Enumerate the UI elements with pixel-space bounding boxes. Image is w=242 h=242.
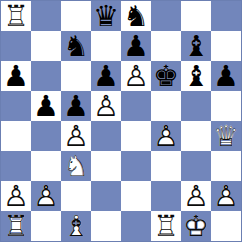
square-h6[interactable]: ♟	[211, 61, 241, 91]
square-h4[interactable]: ♛♕	[211, 121, 241, 151]
square-g5[interactable]	[181, 91, 211, 121]
square-h8[interactable]	[211, 1, 241, 31]
black-pawn-glyph: ♟	[31, 91, 61, 121]
square-e4[interactable]	[121, 121, 151, 151]
square-d7[interactable]	[91, 31, 121, 61]
white-pawn-outline: ♙	[91, 91, 121, 121]
white-pawn[interactable]: ♟♙	[61, 121, 91, 151]
black-pawn[interactable]: ♟	[1, 61, 31, 91]
square-g4[interactable]	[181, 121, 211, 151]
square-c5[interactable]: ♟	[61, 91, 91, 121]
black-queen-glyph: ♛	[91, 1, 121, 31]
square-b7[interactable]	[31, 31, 61, 61]
white-pawn[interactable]: ♟♙	[91, 91, 121, 121]
black-knight-glyph: ♞	[121, 1, 151, 31]
square-h1[interactable]	[211, 211, 241, 241]
square-g8[interactable]	[181, 1, 211, 31]
chess-board: ♜♖♛♞♞♟♝♟♟♟♙♚♝♟♟♟♟♙♟♙♟♙♛♕♞♘♟♙♟♙♟♙♟♙♜♖♝♗♜♖…	[0, 0, 242, 242]
square-e1[interactable]	[121, 211, 151, 241]
square-b6[interactable]	[31, 61, 61, 91]
black-knight-glyph: ♞	[61, 31, 91, 61]
white-pawn-outline: ♙	[181, 181, 211, 211]
black-pawn-glyph: ♟	[211, 61, 241, 91]
square-b1[interactable]	[31, 211, 61, 241]
square-a6[interactable]: ♟	[1, 61, 31, 91]
square-e8[interactable]: ♞	[121, 1, 151, 31]
black-queen[interactable]: ♛	[91, 1, 121, 31]
white-pawn-outline: ♙	[31, 181, 61, 211]
square-c4[interactable]: ♟♙	[61, 121, 91, 151]
square-f2[interactable]	[151, 181, 181, 211]
black-pawn[interactable]: ♟	[31, 91, 61, 121]
white-pawn-outline: ♙	[211, 181, 241, 211]
white-king-outline: ♔	[181, 211, 211, 241]
square-f8[interactable]	[151, 1, 181, 31]
black-pawn[interactable]: ♟	[91, 61, 121, 91]
square-a8[interactable]: ♜♖	[1, 1, 31, 31]
square-e7[interactable]: ♟	[121, 31, 151, 61]
square-d6[interactable]: ♟	[91, 61, 121, 91]
black-pawn[interactable]: ♟	[121, 31, 151, 61]
square-a7[interactable]	[1, 31, 31, 61]
black-bishop[interactable]: ♝	[181, 61, 211, 91]
square-b4[interactable]	[31, 121, 61, 151]
white-rook[interactable]: ♜♖	[151, 211, 181, 241]
white-pawn-outline: ♙	[61, 121, 91, 151]
black-pawn-glyph: ♟	[91, 61, 121, 91]
square-c2[interactable]	[61, 181, 91, 211]
square-c1[interactable]: ♝♗	[61, 211, 91, 241]
white-rook-outline: ♖	[1, 1, 31, 31]
square-h7[interactable]	[211, 31, 241, 61]
white-knight[interactable]: ♞♘	[61, 151, 91, 181]
square-b2[interactable]: ♟♙	[31, 181, 61, 211]
square-d2[interactable]	[91, 181, 121, 211]
square-d8[interactable]: ♛	[91, 1, 121, 31]
white-queen-outline: ♕	[211, 121, 241, 151]
white-rook-outline: ♖	[1, 211, 31, 241]
black-bishop[interactable]: ♝	[181, 31, 211, 61]
square-a5[interactable]	[1, 91, 31, 121]
white-king[interactable]: ♚♔	[181, 211, 211, 241]
white-pawn-outline: ♙	[151, 121, 181, 151]
square-g2[interactable]: ♟♙	[181, 181, 211, 211]
white-pawn[interactable]: ♟♙	[1, 181, 31, 211]
square-a3[interactable]	[1, 151, 31, 181]
black-knight[interactable]: ♞	[61, 31, 91, 61]
black-king[interactable]: ♚	[151, 61, 181, 91]
black-pawn-glyph: ♟	[61, 91, 91, 121]
square-f5[interactable]	[151, 91, 181, 121]
white-pawn[interactable]: ♟♙	[211, 181, 241, 211]
black-pawn[interactable]: ♟	[61, 91, 91, 121]
square-h3[interactable]	[211, 151, 241, 181]
square-e5[interactable]	[121, 91, 151, 121]
square-a4[interactable]	[1, 121, 31, 151]
white-knight-outline: ♘	[61, 151, 91, 181]
black-pawn-glyph: ♟	[1, 61, 31, 91]
square-g7[interactable]: ♝	[181, 31, 211, 61]
square-e6[interactable]: ♟♙	[121, 61, 151, 91]
square-e3[interactable]	[121, 151, 151, 181]
square-g3[interactable]	[181, 151, 211, 181]
white-pawn[interactable]: ♟♙	[151, 121, 181, 151]
black-bishop-glyph: ♝	[181, 61, 211, 91]
square-c3[interactable]: ♞♘	[61, 151, 91, 181]
square-a2[interactable]: ♟♙	[1, 181, 31, 211]
black-pawn[interactable]: ♟	[211, 61, 241, 91]
square-f1[interactable]: ♜♖	[151, 211, 181, 241]
black-king-glyph: ♚	[151, 61, 181, 91]
square-f7[interactable]	[151, 31, 181, 61]
square-c8[interactable]	[61, 1, 91, 31]
square-d3[interactable]	[91, 151, 121, 181]
black-bishop-glyph: ♝	[181, 31, 211, 61]
white-rook[interactable]: ♜♖	[1, 211, 31, 241]
white-bishop-outline: ♗	[61, 211, 91, 241]
square-a1[interactable]: ♜♖	[1, 211, 31, 241]
square-b8[interactable]	[31, 1, 61, 31]
square-g1[interactable]: ♚♔	[181, 211, 211, 241]
square-d5[interactable]: ♟♙	[91, 91, 121, 121]
square-f4[interactable]: ♟♙	[151, 121, 181, 151]
white-pawn[interactable]: ♟♙	[31, 181, 61, 211]
black-pawn-glyph: ♟	[121, 31, 151, 61]
white-pawn[interactable]: ♟♙	[121, 61, 151, 91]
square-h5[interactable]	[211, 91, 241, 121]
square-e2[interactable]	[121, 181, 151, 211]
black-knight[interactable]: ♞	[121, 1, 151, 31]
square-d1[interactable]	[91, 211, 121, 241]
square-b5[interactable]: ♟	[31, 91, 61, 121]
square-d4[interactable]	[91, 121, 121, 151]
square-g6[interactable]: ♝	[181, 61, 211, 91]
square-f3[interactable]	[151, 151, 181, 181]
white-queen[interactable]: ♛♕	[211, 121, 241, 151]
square-b3[interactable]	[31, 151, 61, 181]
white-pawn-outline: ♙	[121, 61, 151, 91]
white-pawn[interactable]: ♟♙	[181, 181, 211, 211]
white-rook[interactable]: ♜♖	[1, 1, 31, 31]
white-rook-outline: ♖	[151, 211, 181, 241]
white-bishop[interactable]: ♝♗	[61, 211, 91, 241]
square-h2[interactable]: ♟♙	[211, 181, 241, 211]
square-c7[interactable]: ♞	[61, 31, 91, 61]
square-f6[interactable]: ♚	[151, 61, 181, 91]
square-c6[interactable]	[61, 61, 91, 91]
white-pawn-outline: ♙	[1, 181, 31, 211]
